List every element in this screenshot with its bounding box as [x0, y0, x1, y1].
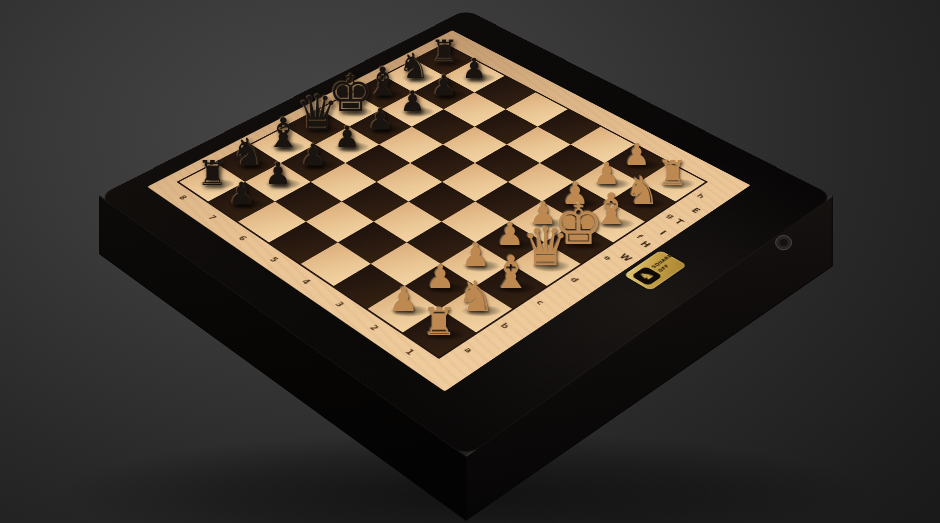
- square-a2[interactable]: [368, 286, 440, 332]
- square-c4[interactable]: [374, 201, 442, 242]
- square-a5[interactable]: [269, 222, 338, 264]
- file-label-h: h: [694, 193, 705, 199]
- square-a3[interactable]: [334, 264, 405, 309]
- file-label-f: f: [634, 234, 643, 240]
- square-a6[interactable]: [238, 201, 306, 242]
- file-label-e: e: [601, 255, 612, 262]
- product-photo-scene: abcdefgh12345678 WHITE ♞ SQUARE OFF ♜♞♟♝…: [0, 0, 940, 523]
- square-d2[interactable]: [476, 222, 545, 264]
- file-label-c: c: [534, 300, 545, 307]
- square-b5[interactable]: [306, 201, 374, 242]
- side-label-letter: T: [673, 218, 685, 225]
- file-label-b: b: [498, 323, 510, 331]
- rank-label-4: 4: [299, 278, 311, 285]
- square-a1[interactable]: [403, 309, 476, 357]
- file-label-a: a: [461, 347, 473, 355]
- square-b3[interactable]: [371, 242, 441, 286]
- knight-logo-icon: ♞: [631, 266, 663, 286]
- rank-label-1: 1: [402, 348, 414, 356]
- square-b2[interactable]: [405, 264, 476, 309]
- side-label-letter: E: [690, 207, 702, 214]
- side-label-letter: W: [617, 253, 633, 263]
- file-label-d: d: [568, 277, 580, 284]
- square-d1[interactable]: [511, 242, 581, 286]
- square-e2[interactable]: [509, 201, 577, 242]
- file-label-g: g: [664, 213, 675, 220]
- brand-plate-text: SQUARE OFF: [650, 256, 676, 273]
- square-f1[interactable]: [577, 201, 645, 242]
- square-c1[interactable]: [476, 264, 547, 309]
- rank-label-3: 3: [333, 301, 345, 309]
- rank-label-8: 8: [176, 195, 187, 201]
- square-b1[interactable]: [440, 286, 512, 332]
- square-b4[interactable]: [338, 222, 407, 264]
- rank-label-7: 7: [205, 215, 216, 222]
- square-c2[interactable]: [441, 242, 511, 286]
- square-d3[interactable]: [441, 201, 509, 242]
- power-button-icon: [780, 239, 788, 246]
- side-label-letter: H: [638, 241, 651, 249]
- square-a4[interactable]: [301, 242, 371, 286]
- rank-label-2: 2: [367, 324, 379, 332]
- rank-label-5: 5: [267, 256, 279, 263]
- side-label-letter: I: [657, 230, 667, 236]
- square-e1[interactable]: [544, 222, 613, 264]
- square-c3[interactable]: [407, 222, 476, 264]
- rank-label-6: 6: [236, 235, 247, 242]
